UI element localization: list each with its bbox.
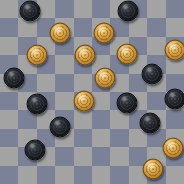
board-square-c0r0[interactable] [0, 0, 18, 18]
board-square-c8r1[interactable] [147, 18, 165, 36]
board-square-c4r4[interactable] [74, 74, 92, 92]
board-square-c3r8[interactable] [55, 147, 73, 165]
white-man-c4r5[interactable] [74, 91, 95, 112]
board-square-c6r9[interactable] [110, 166, 128, 184]
board-square-c4r1[interactable] [74, 18, 92, 36]
black-man-c0r4[interactable] [3, 68, 24, 89]
white-man-c3r1[interactable] [49, 22, 70, 43]
board-square-c5r0[interactable] [92, 0, 110, 18]
board-square-c8r0[interactable] [147, 0, 165, 18]
board-square-c4r8[interactable] [74, 147, 92, 165]
board-square-c6r7[interactable] [110, 129, 128, 147]
board-square-c0r2[interactable] [0, 37, 18, 55]
board-square-c9r9[interactable] [166, 166, 184, 184]
screenshot-stage [0, 0, 184, 184]
board-square-c9r6[interactable] [166, 110, 184, 128]
white-man-c5r4[interactable] [95, 68, 116, 89]
board-square-c6r8[interactable] [110, 147, 128, 165]
board-square-c5r6[interactable] [92, 110, 110, 128]
board-square-c0r5[interactable] [0, 92, 18, 110]
white-man-c5r1[interactable] [93, 22, 114, 43]
board-square-c5r7[interactable] [92, 129, 110, 147]
board-square-c0r7[interactable] [0, 129, 18, 147]
black-man-c6r0[interactable] [118, 1, 139, 22]
board-square-c4r9[interactable] [74, 166, 92, 184]
black-man-c3r6[interactable] [49, 116, 70, 137]
board-square-c5r8[interactable] [92, 147, 110, 165]
white-man-c9r2[interactable] [164, 40, 184, 61]
white-man-c4r3[interactable] [75, 45, 96, 66]
board-square-c8r5[interactable] [147, 92, 165, 110]
board-square-c4r0[interactable] [74, 0, 92, 18]
board-square-c9r0[interactable] [166, 0, 184, 18]
white-man-c6r2[interactable] [116, 44, 137, 65]
black-man-c8r4[interactable] [141, 63, 162, 84]
board-square-c3r4[interactable] [55, 74, 73, 92]
black-man-c6r5[interactable] [116, 93, 137, 114]
board-square-c3r0[interactable] [55, 0, 73, 18]
board-square-c9r1[interactable] [166, 18, 184, 36]
board-square-c0r6[interactable] [0, 110, 18, 128]
board-square-c0r8[interactable] [0, 147, 18, 165]
board-square-c7r1[interactable] [129, 18, 147, 36]
board-square-c0r9[interactable] [0, 166, 18, 184]
board-square-c5r9[interactable] [92, 166, 110, 184]
white-man-c9r8[interactable] [162, 137, 183, 158]
board-square-c2r9[interactable] [37, 166, 55, 184]
black-man-c1r8[interactable] [24, 139, 45, 160]
black-man-c8r6[interactable] [139, 112, 160, 133]
draughts-board [0, 0, 184, 184]
white-man-c8r9[interactable] [143, 158, 164, 179]
board-square-c3r3[interactable] [55, 55, 73, 73]
board-square-c2r4[interactable] [37, 74, 55, 92]
board-square-c4r7[interactable] [74, 129, 92, 147]
black-man-c9r5[interactable] [164, 88, 184, 109]
black-man-c2r5[interactable] [26, 93, 47, 114]
board-square-c3r5[interactable] [55, 92, 73, 110]
board-square-c0r1[interactable] [0, 18, 18, 36]
board-square-c4r6[interactable] [74, 110, 92, 128]
black-man-c1r0[interactable] [19, 1, 40, 22]
board-square-c1r9[interactable] [18, 166, 36, 184]
board-square-c8r2[interactable] [147, 37, 165, 55]
white-man-c1r3[interactable] [26, 45, 47, 66]
board-square-c3r9[interactable] [55, 166, 73, 184]
